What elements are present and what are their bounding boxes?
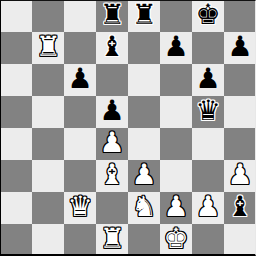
square-g8[interactable]: ♚ — [192, 0, 224, 32]
piece-white-rook[interactable]: ♜ — [99, 225, 124, 253]
piece-white-pawn[interactable]: ♟ — [99, 129, 124, 157]
square-h5[interactable] — [224, 96, 256, 128]
square-f8[interactable] — [160, 0, 192, 32]
square-h8[interactable] — [224, 0, 256, 32]
square-h2[interactable]: ♝ — [224, 192, 256, 224]
square-c1[interactable] — [64, 224, 96, 256]
square-b6[interactable] — [32, 64, 64, 96]
square-e3[interactable]: ♟ — [128, 160, 160, 192]
piece-white-king[interactable]: ♚ — [163, 225, 188, 253]
square-d1[interactable]: ♜ — [96, 224, 128, 256]
square-d7[interactable]: ♝ — [96, 32, 128, 64]
square-d5[interactable]: ♟ — [96, 96, 128, 128]
piece-black-pawn[interactable]: ♟ — [163, 33, 188, 61]
square-f3[interactable] — [160, 160, 192, 192]
chess-board-grid: ♜♜♚♜♝♟♟♟♟♟♛♟♝♟♟♛♞♟♟♝♜♚ — [0, 0, 256, 256]
square-g5[interactable]: ♛ — [192, 96, 224, 128]
chess-board: ♜♜♚♜♝♟♟♟♟♟♛♟♝♟♟♛♞♟♟♝♜♚ — [0, 0, 256, 256]
piece-white-pawn[interactable]: ♟ — [131, 161, 156, 189]
square-h1[interactable] — [224, 224, 256, 256]
square-b5[interactable] — [32, 96, 64, 128]
square-a7[interactable] — [0, 32, 32, 64]
square-h7[interactable]: ♟ — [224, 32, 256, 64]
square-f4[interactable] — [160, 128, 192, 160]
piece-black-rook[interactable]: ♜ — [99, 1, 124, 29]
square-f6[interactable] — [160, 64, 192, 96]
piece-white-pawn[interactable]: ♟ — [163, 193, 188, 221]
square-a1[interactable] — [0, 224, 32, 256]
square-h4[interactable] — [224, 128, 256, 160]
square-d3[interactable]: ♝ — [96, 160, 128, 192]
piece-black-king[interactable]: ♚ — [195, 1, 220, 29]
square-f7[interactable]: ♟ — [160, 32, 192, 64]
piece-white-pawn[interactable]: ♟ — [195, 193, 220, 221]
piece-white-pawn[interactable]: ♟ — [227, 161, 252, 189]
square-b7[interactable]: ♜ — [32, 32, 64, 64]
square-h6[interactable] — [224, 64, 256, 96]
square-a8[interactable] — [0, 0, 32, 32]
square-c7[interactable] — [64, 32, 96, 64]
piece-white-rook[interactable]: ♜ — [35, 33, 60, 61]
square-g4[interactable] — [192, 128, 224, 160]
piece-white-bishop[interactable]: ♝ — [99, 161, 124, 189]
piece-black-bishop[interactable]: ♝ — [227, 193, 252, 221]
piece-black-bishop[interactable]: ♝ — [99, 33, 124, 61]
square-e5[interactable] — [128, 96, 160, 128]
square-e1[interactable] — [128, 224, 160, 256]
square-f2[interactable]: ♟ — [160, 192, 192, 224]
square-c3[interactable] — [64, 160, 96, 192]
square-d4[interactable]: ♟ — [96, 128, 128, 160]
square-c5[interactable] — [64, 96, 96, 128]
piece-black-pawn[interactable]: ♟ — [195, 65, 220, 93]
square-g1[interactable] — [192, 224, 224, 256]
square-e4[interactable] — [128, 128, 160, 160]
square-e8[interactable]: ♜ — [128, 0, 160, 32]
square-b4[interactable] — [32, 128, 64, 160]
square-a6[interactable] — [0, 64, 32, 96]
square-b3[interactable] — [32, 160, 64, 192]
square-c6[interactable]: ♟ — [64, 64, 96, 96]
piece-black-queen[interactable]: ♛ — [195, 97, 220, 125]
square-e7[interactable] — [128, 32, 160, 64]
square-g3[interactable] — [192, 160, 224, 192]
square-d8[interactable]: ♜ — [96, 0, 128, 32]
square-g6[interactable]: ♟ — [192, 64, 224, 96]
square-b2[interactable] — [32, 192, 64, 224]
square-a5[interactable] — [0, 96, 32, 128]
piece-white-queen[interactable]: ♛ — [67, 193, 92, 221]
square-c2[interactable]: ♛ — [64, 192, 96, 224]
piece-white-knight[interactable]: ♞ — [131, 193, 156, 221]
square-c8[interactable] — [64, 0, 96, 32]
square-a3[interactable] — [0, 160, 32, 192]
square-b1[interactable] — [32, 224, 64, 256]
square-f1[interactable]: ♚ — [160, 224, 192, 256]
square-g7[interactable] — [192, 32, 224, 64]
square-h3[interactable]: ♟ — [224, 160, 256, 192]
square-g2[interactable]: ♟ — [192, 192, 224, 224]
square-c4[interactable] — [64, 128, 96, 160]
square-e2[interactable]: ♞ — [128, 192, 160, 224]
piece-black-pawn[interactable]: ♟ — [227, 33, 252, 61]
piece-black-pawn[interactable]: ♟ — [67, 65, 92, 93]
square-f5[interactable] — [160, 96, 192, 128]
piece-black-rook[interactable]: ♜ — [131, 1, 156, 29]
square-d2[interactable] — [96, 192, 128, 224]
piece-black-pawn[interactable]: ♟ — [99, 97, 124, 125]
square-a2[interactable] — [0, 192, 32, 224]
square-a4[interactable] — [0, 128, 32, 160]
square-e6[interactable] — [128, 64, 160, 96]
square-b8[interactable] — [32, 0, 64, 32]
square-d6[interactable] — [96, 64, 128, 96]
